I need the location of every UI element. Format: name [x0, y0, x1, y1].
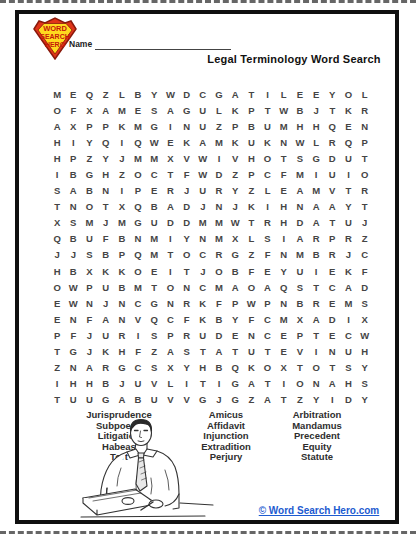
grid-cell: C [259, 311, 275, 327]
grid-cell: J [195, 263, 211, 279]
grid-cell: E [324, 295, 340, 311]
grid-cell: B [130, 86, 146, 102]
desk-surface-line [180, 503, 213, 505]
grid-cell: U [324, 166, 340, 182]
grid-cell: N [195, 231, 211, 247]
grid-cell: Y [179, 360, 195, 376]
grid-cell: M [211, 231, 227, 247]
grid-cell: J [114, 376, 130, 392]
grid-cell: C [195, 279, 211, 295]
grid-cell: G [114, 360, 130, 376]
grid-cell: U [98, 279, 114, 295]
grid-cell: E [49, 311, 65, 327]
grid-cell: I [308, 263, 324, 279]
grid-cell: N [276, 247, 292, 263]
grid-cell: S [179, 344, 195, 360]
grid-cell: T [49, 344, 65, 360]
grid-cell: F [81, 311, 97, 327]
grid-cell: F [357, 263, 373, 279]
grid-cell: T [179, 263, 195, 279]
grid-cell: Y [179, 231, 195, 247]
grid-cell: T [195, 344, 211, 360]
grid-cell: G [65, 344, 81, 360]
grid-cell: N [357, 118, 373, 134]
grid-cell: S [146, 102, 162, 118]
grid-cell: F [179, 166, 195, 182]
grid-cell: N [162, 295, 178, 311]
copyright-link[interactable]: © Word Search Hero.com [244, 505, 394, 516]
grid-cell: A [292, 183, 308, 199]
grid-cell: E [162, 134, 178, 150]
grid-cell: O [292, 376, 308, 392]
grid-cell: T [243, 215, 259, 231]
grid-cell: W [227, 215, 243, 231]
grid-cell: S [81, 247, 97, 263]
grid-cell: B [65, 231, 81, 247]
grid-cell: S [49, 183, 65, 199]
grid-cell: E [146, 263, 162, 279]
grid-cell: L [308, 134, 324, 150]
grid-cell: Y [308, 392, 324, 408]
grid-cell: T [162, 166, 178, 182]
grid-cell: H [276, 199, 292, 215]
grid-cell: M [292, 166, 308, 182]
grid-cell: B [114, 231, 130, 247]
grid-cell: P [81, 279, 97, 295]
grid-cell: T [340, 183, 356, 199]
grid-cell: F [65, 102, 81, 118]
grid-cell: A [308, 199, 324, 215]
grid-cell: V [292, 344, 308, 360]
grid-cell: T [243, 86, 259, 102]
grid-cell: O [357, 166, 373, 182]
grid-cell: N [114, 295, 130, 311]
left-hand [122, 498, 134, 505]
grid-cell: X [162, 360, 178, 376]
grid-cell: I [308, 344, 324, 360]
grid-cell: C [324, 279, 340, 295]
grid-cell: Y [357, 360, 373, 376]
grid-cell: I [162, 263, 178, 279]
grid-cell: Q [324, 118, 340, 134]
grid-cell: J [179, 183, 195, 199]
logo-search-line: SEARCH [40, 33, 70, 40]
grid-cell: T [49, 392, 65, 408]
page-frame: WORD SEARCH HERO Name Legal Terminology … [15, 10, 399, 524]
grid-cell: K [227, 134, 243, 150]
grid-cell: P [98, 118, 114, 134]
grid-cell: X [81, 263, 97, 279]
grid-cell: Z [81, 150, 97, 166]
grid-cell: B [65, 166, 81, 182]
grid-cell: M [81, 215, 97, 231]
grid-cell: V [324, 183, 340, 199]
grid-cell: R [308, 231, 324, 247]
grid-cell: H [49, 263, 65, 279]
grid-cell: K [98, 344, 114, 360]
grid-cell: O [340, 86, 356, 102]
grid-cell: B [308, 247, 324, 263]
grid-cell: S [259, 231, 275, 247]
grid-cell: R [357, 183, 373, 199]
grid-cell: P [49, 327, 65, 343]
tie-knot [138, 453, 144, 458]
grid-cell: A [292, 231, 308, 247]
grid-cell: M [146, 231, 162, 247]
grid-cell: Z [114, 166, 130, 182]
grid-cell: A [324, 199, 340, 215]
grid-cell: F [179, 311, 195, 327]
grid-cell: S [146, 360, 162, 376]
grid-cell: K [114, 118, 130, 134]
grid-cell: P [162, 327, 178, 343]
grid-cell: B [243, 118, 259, 134]
grid-cell: D [357, 279, 373, 295]
grid-cell: F [98, 231, 114, 247]
grid-cell: N [292, 199, 308, 215]
grid-cell: M [114, 215, 130, 231]
grid-cell: W [162, 86, 178, 102]
grid-cell: U [340, 215, 356, 231]
grid-cell: I [259, 199, 275, 215]
grid-cell: E [292, 86, 308, 102]
grid-cell: G [146, 118, 162, 134]
grid-cell: J [195, 199, 211, 215]
grid-cell: N [211, 199, 227, 215]
grid-cell: L [114, 86, 130, 102]
grid-cell: X [114, 199, 130, 215]
grid-cell: J [49, 247, 65, 263]
grid-cell: I [340, 166, 356, 182]
grid-cell: I [179, 376, 195, 392]
grid-cell: A [98, 311, 114, 327]
grid-cell: U [195, 327, 211, 343]
grid-cell: P [243, 102, 259, 118]
grid-cell: I [340, 311, 356, 327]
grid-cell: K [195, 311, 211, 327]
grid-cell: P [130, 183, 146, 199]
grid-cell: T [49, 199, 65, 215]
grid-cell: D [340, 392, 356, 408]
worksheet-page: WORD SEARCH HERO Name Legal Terminology … [0, 0, 416, 539]
grid-cell: A [227, 279, 243, 295]
grid-cell: R [324, 134, 340, 150]
grid-cell: T [227, 344, 243, 360]
grid-cell: W [195, 150, 211, 166]
grid-cell: R [179, 295, 195, 311]
grid-cell: U [130, 376, 146, 392]
grid-cell: F [211, 295, 227, 311]
grid-cell: B [227, 263, 243, 279]
grid-cell: T [259, 344, 275, 360]
grid-cell: L [211, 102, 227, 118]
grid-cell: Q [81, 86, 97, 102]
grid-cell: C [195, 86, 211, 102]
grid-cell: H [340, 376, 356, 392]
grid-cell: J [308, 102, 324, 118]
grid-cell: M [130, 118, 146, 134]
grid-cell: B [211, 360, 227, 376]
grid-cell: C [259, 166, 275, 182]
grid-cell: T [292, 360, 308, 376]
grid-cell: P [324, 231, 340, 247]
grid-cell: O [162, 279, 178, 295]
grid-cell: T [357, 150, 373, 166]
grid-cell: S [146, 327, 162, 343]
grid-cell: Z [292, 392, 308, 408]
grid-cell: A [81, 360, 97, 376]
grid-cell: R [259, 215, 275, 231]
grid-cell: L [357, 86, 373, 102]
grid-cell: Q [49, 231, 65, 247]
grid-cell: D [162, 215, 178, 231]
grid-cell: R [211, 247, 227, 263]
grid-cell: N [65, 311, 81, 327]
grid-cell: K [114, 263, 130, 279]
grid-cell: R [179, 327, 195, 343]
grid-cell: O [243, 279, 259, 295]
grid-cell: A [259, 392, 275, 408]
grid-cell: Q [146, 311, 162, 327]
grid-cell: T [98, 199, 114, 215]
grid-cell: W [357, 327, 373, 343]
grid-cell: I [49, 166, 65, 182]
grid-cell: M [146, 150, 162, 166]
grid-cell: Z [243, 392, 259, 408]
grid-cell: U [292, 263, 308, 279]
grid-cell: S [65, 215, 81, 231]
grid-cell: S [340, 360, 356, 376]
grid-cell: X [357, 311, 373, 327]
grid-cell: Q [227, 360, 243, 376]
grid-cell: G [130, 215, 146, 231]
grid-cell: N [276, 295, 292, 311]
grid-cell: D [179, 86, 195, 102]
bottom-cut-line [0, 531, 416, 534]
grid-cell: S [357, 376, 373, 392]
grid-cell: Z [243, 183, 259, 199]
grid-cell: U [195, 183, 211, 199]
grid-cell: B [130, 392, 146, 408]
grid-cell: J [114, 150, 130, 166]
grid-cell: A [308, 311, 324, 327]
grid-cell: M [276, 118, 292, 134]
grid-cell: T [146, 279, 162, 295]
grid-cell: U [81, 392, 97, 408]
grid-cell: T [259, 376, 275, 392]
grid-cell: K [243, 199, 259, 215]
grid-cell: A [98, 102, 114, 118]
grid-cell: T [195, 376, 211, 392]
grid-cell: G [81, 166, 97, 182]
grid-cell: K [195, 295, 211, 311]
grid-cell: J [81, 327, 97, 343]
grid-cell: R [340, 231, 356, 247]
grid-cell: B [98, 247, 114, 263]
grid-cell: Y [357, 392, 373, 408]
grid-cell: H [357, 344, 373, 360]
grid-cell: M [211, 279, 227, 295]
grid-cell: M [276, 311, 292, 327]
grid-cell: D [324, 311, 340, 327]
grid-cell: H [49, 150, 65, 166]
grid-cell: A [211, 344, 227, 360]
grid-cell: X [276, 360, 292, 376]
grid-cell: G [227, 376, 243, 392]
grid-cell: Q [98, 134, 114, 150]
grid-cell: O [179, 247, 195, 263]
grid-cell: N [179, 118, 195, 134]
grid-cell: G [146, 295, 162, 311]
grid-cell: O [308, 360, 324, 376]
grid-cell: O [49, 279, 65, 295]
grid-cell: U [259, 118, 275, 134]
grid-cell: I [276, 376, 292, 392]
grid-cell: I [114, 183, 130, 199]
grid-cell: H [276, 215, 292, 231]
grid-cell: H [292, 118, 308, 134]
grid-cell: V [227, 150, 243, 166]
grid-cell: K [243, 360, 259, 376]
grid-cell: M [114, 102, 130, 118]
puzzle-title: Legal Terminology Word Search [194, 53, 394, 65]
grid-cell: P [227, 295, 243, 311]
grid-cell: J [211, 392, 227, 408]
grid-cell: O [130, 263, 146, 279]
grid-cell: N [65, 199, 81, 215]
grid-cell: T [357, 199, 373, 215]
grid-cell: K [259, 134, 275, 150]
grid-cell: H [81, 376, 97, 392]
grid-cell: W [292, 134, 308, 150]
grid-cell: F [259, 247, 275, 263]
grid-cell: B [146, 199, 162, 215]
book-thickness [83, 498, 151, 515]
grid-cell: E [227, 327, 243, 343]
grid-cell: Y [146, 86, 162, 102]
grid-cell: Y [98, 150, 114, 166]
logo-word-line: WORD [43, 24, 67, 33]
grid-cell: F [243, 263, 259, 279]
grid-cell: O [259, 360, 275, 376]
grid-cell: T [259, 102, 275, 118]
grid-cell: V [179, 150, 195, 166]
grid-cell: Y [227, 311, 243, 327]
grid-cell: O [211, 263, 227, 279]
grid-cell: H [114, 344, 130, 360]
grid-cell: R [357, 102, 373, 118]
grid-cell: Z [357, 231, 373, 247]
grid-cell: K [179, 134, 195, 150]
grid-cell: B [65, 263, 81, 279]
grid-cell: E [130, 102, 146, 118]
grid-cell: U [146, 392, 162, 408]
grid-cell: F [65, 327, 81, 343]
grid-cell: J [357, 215, 373, 231]
grid-cell: J [65, 247, 81, 263]
grid-cell: U [81, 231, 97, 247]
grid-cell: X [65, 118, 81, 134]
grid-cell: E [308, 86, 324, 102]
grid-cell: Y [340, 199, 356, 215]
grid-cell: H [243, 150, 259, 166]
grid-cell: I [308, 166, 324, 182]
grid-cell: U [146, 215, 162, 231]
grid-cell: C [146, 166, 162, 182]
grid-cell: U [340, 150, 356, 166]
grid-cell: P [227, 118, 243, 134]
grid-cell: M [211, 134, 227, 150]
grid-cell: J [340, 247, 356, 263]
grid-cell: E [259, 263, 275, 279]
grid-cell: W [243, 295, 259, 311]
grid-cell: Q [130, 134, 146, 150]
grid-cell: A [114, 392, 130, 408]
grid-cell: H [98, 166, 114, 182]
name-label: Name [69, 39, 92, 49]
grid-cell: N [81, 295, 97, 311]
grid-cell: W [276, 102, 292, 118]
grid-cell: K [98, 263, 114, 279]
grid-cell: S [357, 295, 373, 311]
grid-cell: G [98, 392, 114, 408]
grid-cell: C [162, 311, 178, 327]
grid-cell: T [324, 102, 340, 118]
word-list-column-3: ArbitrationMandamusPrecedentEquityStatut… [262, 410, 372, 463]
grid-cell: B [114, 279, 130, 295]
grid-cell: I [276, 231, 292, 247]
grid-cell: M [49, 86, 65, 102]
grid-cell: Q [130, 247, 146, 263]
grid-cell: E [276, 183, 292, 199]
grid-cell: E [340, 118, 356, 134]
grid-cell: Z [211, 118, 227, 134]
grid-cell: A [162, 344, 178, 360]
grid-cell: D [211, 166, 227, 182]
grid-cell: B [211, 311, 227, 327]
grid-cell: I [65, 134, 81, 150]
tie [136, 458, 147, 491]
grid-cell: K [340, 263, 356, 279]
grid-cell: T [276, 392, 292, 408]
grid-cell: H [195, 360, 211, 376]
grid-cell: U [65, 392, 81, 408]
grid-cell: T [276, 150, 292, 166]
grid-cell: A [65, 183, 81, 199]
grid-cell: D [211, 327, 227, 343]
grid-cell: T [324, 360, 340, 376]
grid-cell: Z [49, 360, 65, 376]
grid-cell: U [243, 134, 259, 150]
grid-cell: W [146, 134, 162, 150]
grid-cell: E [324, 327, 340, 343]
grid-cell: C [130, 295, 146, 311]
grid-cell: I [114, 134, 130, 150]
grid-cell: D [179, 215, 195, 231]
grid-cell: I [259, 86, 275, 102]
grid-cell: N [243, 327, 259, 343]
grid-cell: C [259, 327, 275, 343]
grid-cell: A [324, 376, 340, 392]
grid-cell: L [243, 231, 259, 247]
grid-cell: R [114, 327, 130, 343]
grid-cell: U [195, 102, 211, 118]
grid-cell: D [292, 215, 308, 231]
grid-cell: E [324, 263, 340, 279]
grid-cell: P [243, 166, 259, 182]
grid-cell: J [81, 344, 97, 360]
grid-cell: Z [146, 344, 162, 360]
